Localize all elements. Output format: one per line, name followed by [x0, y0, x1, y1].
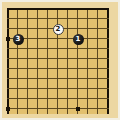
stone-black-3: 3 [13, 34, 24, 45]
goban: 123 [7, 8, 109, 114]
hoshi-dot-1 [6, 37, 10, 41]
grid-line-h-1 [7, 8, 109, 10]
grid-line-h-5 [7, 48, 109, 49]
grid-line-h-7 [7, 68, 109, 69]
grid-line-h-10 [7, 98, 109, 99]
grid-line-h-11 [7, 108, 109, 109]
grid-line-h-6 [7, 58, 109, 59]
grid-line-h-8 [7, 78, 109, 79]
hoshi-dot-2 [6, 107, 10, 111]
go-joseki-diagram[interactable]: 123 [0, 0, 120, 120]
stone-white-2: 2 [53, 24, 64, 35]
hoshi-dot-3 [76, 107, 80, 111]
grid-line-h-9 [7, 88, 109, 89]
grid-line-h-2 [7, 18, 109, 19]
stone-black-1: 1 [73, 34, 84, 45]
